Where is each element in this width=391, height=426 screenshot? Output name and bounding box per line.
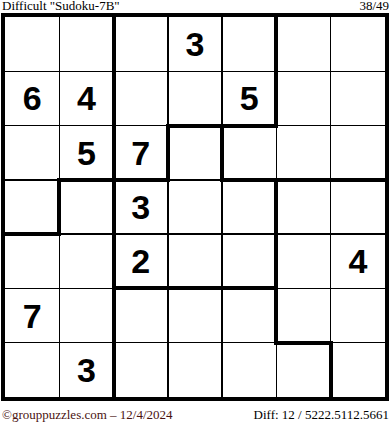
region-border-h	[220, 178, 278, 182]
region-border-v	[329, 341, 333, 397]
region-border-h	[57, 178, 115, 182]
region-border-h	[166, 124, 224, 128]
cell-r6c1[interactable]: 7	[5, 288, 59, 342]
region-border-v	[220, 124, 224, 182]
cell-r7c1[interactable]	[5, 343, 59, 397]
cell-r1c6[interactable]	[276, 17, 330, 71]
cell-r6c2[interactable]	[59, 288, 113, 342]
region-border-v	[274, 178, 278, 236]
cell-r6c4[interactable]	[168, 288, 222, 342]
cell-r1c3[interactable]	[114, 17, 168, 71]
region-border-v	[112, 178, 116, 236]
cell-r2c1[interactable]: 6	[5, 71, 59, 125]
region-border-h	[220, 124, 278, 128]
cell-r6c5[interactable]	[222, 288, 276, 342]
region-border-h	[166, 286, 224, 290]
cell-r7c2[interactable]: 3	[59, 343, 113, 397]
cell-r6c3[interactable]	[114, 288, 168, 342]
cell-r1c7[interactable]	[331, 17, 385, 71]
grid-line-h	[5, 233, 385, 234]
cell-r1c4[interactable]: 3	[168, 17, 222, 71]
region-border-h	[274, 341, 332, 345]
cell-r2c7[interactable]	[331, 71, 385, 125]
cell-r4c1[interactable]	[5, 180, 59, 234]
given-digit: 3	[131, 190, 150, 224]
region-border-h	[329, 178, 385, 182]
cell-r5c5[interactable]	[222, 234, 276, 288]
region-border-v	[274, 69, 278, 127]
cell-r6c7[interactable]	[331, 288, 385, 342]
cell-r1c1[interactable]	[5, 17, 59, 71]
cell-r1c5[interactable]	[222, 17, 276, 71]
cell-r3c1[interactable]	[5, 126, 59, 180]
cell-r3c5[interactable]	[222, 126, 276, 180]
cell-r5c7[interactable]: 4	[331, 234, 385, 288]
cell-r7c6[interactable]	[276, 343, 330, 397]
region-border-v	[112, 341, 116, 397]
region-border-v	[274, 17, 278, 73]
cell-r4c7[interactable]	[331, 180, 385, 234]
given-digit: 6	[23, 81, 42, 115]
region-border-v	[274, 286, 278, 344]
cell-r3c2[interactable]: 5	[59, 126, 113, 180]
region-border-h	[220, 286, 278, 290]
cell-r4c3[interactable]: 3	[114, 180, 168, 234]
cell-r5c2[interactable]	[59, 234, 113, 288]
puzzle-counter: 38/49	[359, 0, 389, 13]
region-border-v	[57, 178, 61, 236]
region-border-v	[112, 124, 116, 182]
given-digit: 7	[131, 136, 150, 170]
given-digit: 3	[186, 27, 205, 61]
cell-r7c4[interactable]	[168, 343, 222, 397]
puzzle-title: Difficult "Sudoku-7B"	[2, 0, 120, 13]
cell-r5c4[interactable]	[168, 234, 222, 288]
cell-r2c2[interactable]: 4	[59, 71, 113, 125]
given-digit: 7	[23, 299, 42, 333]
cell-r2c3[interactable]	[114, 71, 168, 125]
region-border-v	[274, 232, 278, 290]
region-border-v	[166, 124, 170, 182]
cell-r7c5[interactable]	[222, 343, 276, 397]
cell-r2c4[interactable]	[168, 71, 222, 125]
region-border-h	[112, 286, 170, 290]
cell-r4c6[interactable]	[276, 180, 330, 234]
cell-r5c6[interactable]	[276, 234, 330, 288]
given-digit: 2	[131, 244, 150, 278]
grid-line-h	[5, 71, 385, 72]
cell-r4c2[interactable]	[59, 180, 113, 234]
given-digit: 4	[77, 81, 96, 115]
cell-r3c7[interactable]	[331, 126, 385, 180]
region-border-h	[5, 232, 61, 236]
cell-r3c3[interactable]: 7	[114, 126, 168, 180]
cell-r6c6[interactable]	[276, 288, 330, 342]
cell-r1c2[interactable]	[59, 17, 113, 71]
region-border-v	[112, 17, 116, 73]
puzzle-page: Difficult "Sudoku-7B" 38/49 36455732473 …	[0, 0, 391, 426]
cell-r5c1[interactable]	[5, 234, 59, 288]
region-border-v	[112, 69, 116, 127]
grid-line-v	[167, 17, 168, 397]
difficulty-text: Diff: 12 / 5222.5112.5661	[254, 407, 389, 423]
cell-r5c3[interactable]: 2	[114, 234, 168, 288]
cell-r2c6[interactable]	[276, 71, 330, 125]
cell-r7c3[interactable]	[114, 343, 168, 397]
given-digit: 3	[77, 353, 96, 387]
region-border-v	[112, 232, 116, 290]
cell-r3c4[interactable]	[168, 126, 222, 180]
header: Difficult "Sudoku-7B" 38/49	[2, 0, 389, 13]
cell-r7c7[interactable]	[331, 343, 385, 397]
region-border-h	[112, 178, 170, 182]
given-digit: 5	[240, 81, 259, 115]
region-border-v	[112, 286, 116, 344]
cell-r4c5[interactable]	[222, 180, 276, 234]
cell-r2c5[interactable]: 5	[222, 71, 276, 125]
cell-r4c4[interactable]	[168, 180, 222, 234]
given-digit: 4	[348, 244, 367, 278]
given-digit: 5	[77, 136, 96, 170]
region-border-h	[274, 178, 332, 182]
sudoku-board: 36455732473	[1, 13, 389, 401]
cell-r3c6[interactable]	[276, 126, 330, 180]
copyright-text: ©grouppuzzles.com – 12/4/2024	[2, 407, 173, 423]
grid-line-v	[221, 17, 222, 397]
footer: ©grouppuzzles.com – 12/4/2024 Diff: 12 /…	[2, 407, 389, 423]
